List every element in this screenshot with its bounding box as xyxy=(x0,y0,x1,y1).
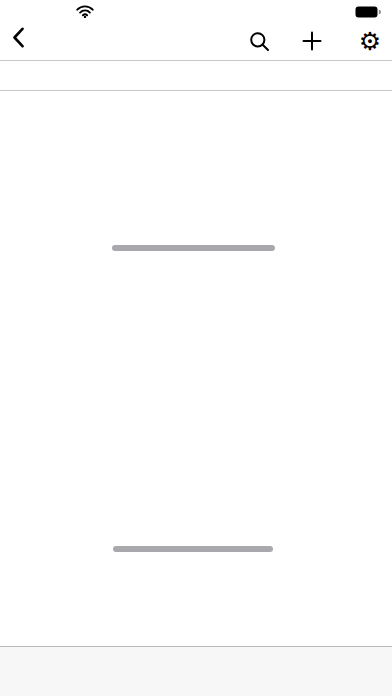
back-menu-button[interactable] xyxy=(12,27,29,48)
chevron-left-icon xyxy=(12,27,24,48)
search-button[interactable] xyxy=(245,28,273,54)
settings-button[interactable]: ⚙ xyxy=(356,28,384,54)
table-scroll-handle[interactable] xyxy=(112,245,275,251)
plus-icon xyxy=(301,30,323,52)
game-players xyxy=(7,555,384,572)
wifi-icon xyxy=(76,5,94,18)
game-info xyxy=(7,555,384,574)
chess-board[interactable] xyxy=(31,252,325,544)
app-screen: ⚙ xyxy=(0,0,392,696)
search-icon xyxy=(248,30,271,53)
board-scroll-handle[interactable] xyxy=(113,546,273,552)
bottom-toolbar xyxy=(0,646,392,696)
battery-icon xyxy=(355,6,381,18)
add-game-button[interactable] xyxy=(298,28,326,54)
gear-icon: ⚙ xyxy=(359,29,381,54)
mainline-moves[interactable] xyxy=(0,60,392,91)
